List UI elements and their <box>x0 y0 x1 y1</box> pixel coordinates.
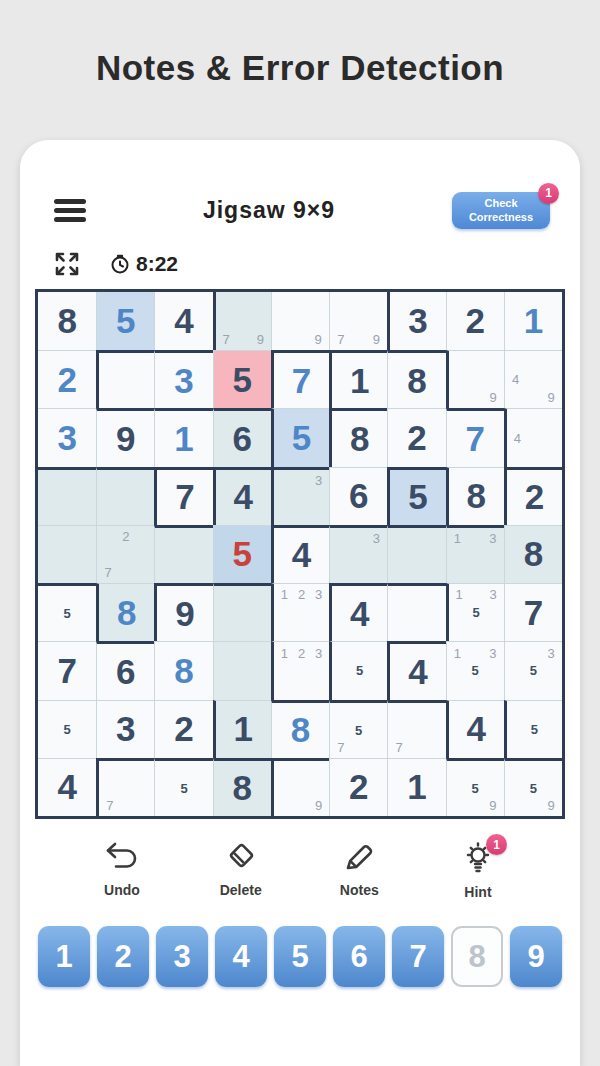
note-9: 9 <box>252 330 269 348</box>
cell-r6c5[interactable]: 123 <box>271 583 329 641</box>
note-3: 3 <box>484 530 502 547</box>
cell-r8c2[interactable]: 3 <box>96 700 154 758</box>
notes-grid: 3 <box>332 530 385 581</box>
note-9: 9 <box>542 797 560 814</box>
numpad-4[interactable]: 4 <box>215 926 267 987</box>
cell-r4c3[interactable]: 7 <box>154 467 212 525</box>
cell-r8c8[interactable]: 4 <box>446 700 504 758</box>
status-bar: 8:22 <box>20 229 580 279</box>
notes-grid: 5 <box>157 763 210 814</box>
cell-r7c1[interactable]: 7 <box>38 641 96 699</box>
digit: 8 <box>233 768 252 808</box>
notes-grid: 13 <box>449 530 502 581</box>
digit: 2 <box>465 301 484 341</box>
notes-grid: 135 <box>449 644 502 697</box>
numpad-3[interactable]: 3 <box>156 926 208 987</box>
digit: 2 <box>57 360 76 400</box>
cell-r4c5[interactable]: 3 <box>271 467 329 525</box>
numpad-9[interactable]: 9 <box>510 926 562 987</box>
note-5: 5 <box>468 604 485 622</box>
cell-r1c5[interactable]: 9 <box>271 292 329 350</box>
cell-r3c8[interactable]: 7 <box>446 408 504 466</box>
note-4: 4 <box>509 429 526 447</box>
digit: 8 <box>291 710 310 750</box>
cell-r3c4[interactable]: 6 <box>213 408 271 466</box>
check-button-line2: Correctness <box>469 211 533 225</box>
digit: 7 <box>465 419 484 459</box>
digit: 1 <box>234 709 253 749</box>
digit: 3 <box>57 418 76 458</box>
note-9: 9 <box>484 797 502 814</box>
cell-r8c5[interactable]: 8 <box>271 700 329 758</box>
cell-r5c3[interactable] <box>154 525 212 583</box>
notes-grid: 5 <box>40 703 94 756</box>
digit: 4 <box>466 709 485 749</box>
hint-button[interactable]: 1 Hint <box>448 841 508 900</box>
cell-r7c2[interactable]: 6 <box>96 641 154 699</box>
tool-label: Notes <box>340 882 379 898</box>
cell-r8c4[interactable]: 1 <box>213 700 271 758</box>
note-5: 5 <box>58 605 76 622</box>
note-7: 7 <box>99 563 117 581</box>
cell-r2c3[interactable]: 3 <box>154 350 212 408</box>
notes-grid: 59 <box>449 763 502 814</box>
cell-r5c4[interactable]: 5 <box>213 525 271 583</box>
digit: 2 <box>174 709 193 749</box>
notes-grid: 57 <box>332 705 385 756</box>
cell-r7c4[interactable] <box>213 641 271 699</box>
cell-r4c4[interactable]: 4 <box>213 467 271 525</box>
notes-grid: 27 <box>99 528 152 581</box>
cell-r5c5[interactable]: 4 <box>271 525 329 583</box>
digit: 1 <box>524 301 543 341</box>
digit: 8 <box>466 476 485 516</box>
digit: 7 <box>57 651 76 691</box>
tool-label: Delete <box>220 882 262 898</box>
numpad-6[interactable]: 6 <box>333 926 385 987</box>
cell-r8c3[interactable]: 2 <box>154 700 212 758</box>
digit: 1 <box>174 419 193 459</box>
note-3: 3 <box>542 644 560 662</box>
note-4: 4 <box>507 371 525 389</box>
cell-r1c6[interactable]: 79 <box>329 292 387 350</box>
cell-r6c8[interactable]: 135 <box>446 583 504 641</box>
cell-r6c6[interactable]: 4 <box>329 583 387 641</box>
check-correctness-button[interactable]: Check Correctness 1 <box>452 192 550 229</box>
note-9: 9 <box>542 389 560 407</box>
cell-r9c2[interactable]: 7 <box>96 758 154 816</box>
note-1: 1 <box>449 644 467 662</box>
check-badge: 1 <box>538 183 559 204</box>
digit: 5 <box>292 418 311 458</box>
cell-r2c4[interactable]: 5 <box>213 350 271 408</box>
cell-r7c5[interactable]: 123 <box>271 641 329 699</box>
notes-grid: 79 <box>218 294 269 348</box>
undo-button[interactable]: Undo <box>92 841 152 900</box>
cell-r2c7[interactable]: 8 <box>387 350 445 408</box>
cell-r5c7[interactable] <box>387 525 445 583</box>
digit: 4 <box>234 477 253 517</box>
note-3: 3 <box>310 472 327 489</box>
timer: 8:22 <box>110 252 178 276</box>
note-2: 2 <box>117 528 135 546</box>
notes-grid: 135 <box>451 586 502 639</box>
note-7: 7 <box>332 330 350 348</box>
cell-r7c8[interactable]: 135 <box>446 641 504 699</box>
notes-grid: 4 <box>509 411 560 464</box>
digit: 5 <box>233 534 252 574</box>
cell-r9c5[interactable]: 9 <box>271 758 329 816</box>
note-5: 5 <box>526 720 543 738</box>
note-9: 9 <box>309 330 327 348</box>
note-1: 1 <box>276 644 293 662</box>
tool-label: Undo <box>104 882 140 898</box>
notes-grid: 9 <box>451 353 502 406</box>
digit: 4 <box>408 652 427 692</box>
note-5: 5 <box>58 720 76 738</box>
cell-r4c1[interactable] <box>38 467 96 525</box>
digit: 7 <box>175 477 194 517</box>
note-9: 9 <box>368 330 386 348</box>
numpad-5[interactable]: 5 <box>274 926 326 987</box>
digit: 3 <box>408 301 427 341</box>
cell-r9c9[interactable]: 59 <box>504 758 562 816</box>
undo-icon <box>103 841 141 875</box>
cell-r4c8[interactable]: 8 <box>446 467 504 525</box>
note-3: 3 <box>368 530 386 547</box>
cell-r7c7[interactable]: 4 <box>387 641 445 699</box>
notes-grid: 3 <box>276 472 327 523</box>
cell-r1c8[interactable]: 2 <box>446 292 504 350</box>
digit: 1 <box>350 361 369 401</box>
numpad-8[interactable]: 8 <box>451 926 503 987</box>
digit: 5 <box>233 360 252 400</box>
cell-r4c2[interactable] <box>96 467 154 525</box>
cell-r4c9[interactable]: 2 <box>504 467 562 525</box>
note-1: 1 <box>451 586 468 604</box>
page-title: Notes & Error Detection <box>0 0 600 116</box>
digit: 6 <box>349 476 368 516</box>
notes-grid: 9 <box>276 763 327 814</box>
notes-grid: 9 <box>274 294 327 348</box>
note-1: 1 <box>276 586 293 604</box>
notes-grid: 5 <box>40 588 94 639</box>
note-3: 3 <box>310 586 327 604</box>
cell-r3c2[interactable]: 9 <box>96 408 154 466</box>
note-5: 5 <box>175 780 193 797</box>
cell-r4c6[interactable]: 6 <box>329 467 387 525</box>
cell-r7c6[interactable]: 5 <box>329 641 387 699</box>
cell-r9c8[interactable]: 59 <box>446 758 504 816</box>
cell-r6c9[interactable]: 7 <box>504 583 562 641</box>
cell-r3c5[interactable]: 5 <box>271 408 329 466</box>
cell-r3c9[interactable]: 4 <box>504 408 562 466</box>
note-5: 5 <box>466 662 484 680</box>
note-5: 5 <box>351 662 368 680</box>
notes-grid: 49 <box>507 353 560 406</box>
cell-r5c9[interactable]: 8 <box>504 525 562 583</box>
timer-value: 8:22 <box>136 252 178 276</box>
digit: 7 <box>292 361 311 401</box>
digit: 8 <box>57 301 76 341</box>
cell-r3c1[interactable]: 3 <box>38 408 96 466</box>
fullscreen-icon[interactable] <box>54 251 80 277</box>
notes-grid: 79 <box>332 294 385 348</box>
notes-grid: 123 <box>276 586 327 639</box>
pencil-icon <box>341 841 377 875</box>
notes-grid: 35 <box>507 644 560 697</box>
notes-grid: 7 <box>101 763 152 814</box>
cell-r9c1[interactable]: 4 <box>38 758 96 816</box>
eraser-icon <box>223 841 259 875</box>
cell-r5c6[interactable]: 3 <box>329 525 387 583</box>
cell-r9c6[interactable]: 2 <box>329 758 387 816</box>
notes-button[interactable]: Notes <box>329 841 389 900</box>
note-5: 5 <box>525 780 543 797</box>
note-9: 9 <box>485 389 502 407</box>
digit: 2 <box>349 767 368 807</box>
cell-r3c6[interactable]: 8 <box>329 408 387 466</box>
cell-r8c7[interactable]: 7 <box>387 700 445 758</box>
cell-r1c1[interactable]: 8 <box>38 292 96 350</box>
notes-grid: 59 <box>507 763 560 814</box>
cell-r2c9[interactable]: 49 <box>504 350 562 408</box>
digit: 3 <box>116 709 135 749</box>
cell-r6c7[interactable] <box>387 583 445 641</box>
number-pad: 123456789 <box>20 900 580 987</box>
cell-r6c1[interactable]: 5 <box>38 583 96 641</box>
note-2: 2 <box>293 586 310 604</box>
numpad-7[interactable]: 7 <box>392 926 444 987</box>
cell-r5c8[interactable]: 13 <box>446 525 504 583</box>
note-7: 7 <box>332 739 350 756</box>
cell-r3c7[interactable]: 2 <box>387 408 445 466</box>
check-button-line1: Check <box>484 197 517 211</box>
cell-r7c9[interactable]: 35 <box>504 641 562 699</box>
cell-r9c7[interactable]: 1 <box>387 758 445 816</box>
game-title: Jigsaw 9×9 <box>86 197 452 224</box>
notes-grid: 5 <box>334 644 385 697</box>
cell-r6c4[interactable] <box>213 583 271 641</box>
cell-r5c2[interactable]: 27 <box>96 525 154 583</box>
header-bar: Jigsaw 9×9 Check Correctness 1 <box>20 140 580 229</box>
delete-button[interactable]: Delete <box>211 841 271 900</box>
digit: 4 <box>350 594 369 634</box>
note-5: 5 <box>350 722 368 739</box>
cell-r5c1[interactable] <box>38 525 96 583</box>
note-7: 7 <box>390 739 408 756</box>
numpad-1[interactable]: 1 <box>38 926 90 987</box>
cell-r2c2[interactable] <box>96 350 154 408</box>
digit: 8 <box>174 651 193 691</box>
note-5: 5 <box>466 780 484 797</box>
cell-r2c1[interactable]: 2 <box>38 350 96 408</box>
digit: 9 <box>175 594 194 634</box>
digit: 8 <box>407 361 426 401</box>
cell-r2c6[interactable]: 1 <box>329 350 387 408</box>
numpad-2[interactable]: 2 <box>97 926 149 987</box>
notes-grid: 5 <box>509 703 560 756</box>
digit: 7 <box>524 593 543 633</box>
menu-icon[interactable] <box>54 199 86 222</box>
digit: 9 <box>116 419 135 459</box>
digit: 6 <box>116 652 135 692</box>
digit: 3 <box>174 361 193 401</box>
tool-label: Hint <box>464 884 491 900</box>
cell-r9c3[interactable]: 5 <box>154 758 212 816</box>
cell-r4c7[interactable]: 5 <box>387 467 445 525</box>
digit: 2 <box>525 477 544 517</box>
cell-r7c3[interactable]: 8 <box>154 641 212 699</box>
cell-r6c2[interactable]: 8 <box>96 583 154 641</box>
hint-badge: 1 <box>486 834 507 855</box>
note-2: 2 <box>293 644 310 662</box>
cell-r1c3[interactable]: 4 <box>154 292 212 350</box>
cell-r8c9[interactable]: 5 <box>504 700 562 758</box>
cell-r1c2[interactable]: 5 <box>96 292 154 350</box>
cell-r1c9[interactable]: 1 <box>504 292 562 350</box>
clock-icon <box>110 254 130 274</box>
digit: 4 <box>292 535 311 575</box>
cell-r1c4[interactable]: 79 <box>213 292 271 350</box>
note-3: 3 <box>485 586 502 604</box>
note-7: 7 <box>101 797 118 814</box>
note-3: 3 <box>484 644 502 662</box>
notes-grid: 123 <box>276 644 327 697</box>
note-3: 3 <box>310 644 327 662</box>
digit: 8 <box>524 534 543 574</box>
cell-r8c1[interactable]: 5 <box>38 700 96 758</box>
cell-r3c3[interactable]: 1 <box>154 408 212 466</box>
toolbar: Undo Delete Notes 1 Hin <box>20 819 580 900</box>
sudoku-board: 8547997932123571894939165827474365822754… <box>35 289 565 819</box>
digit: 8 <box>117 593 136 633</box>
game-card: Jigsaw 9×9 Check Correctness 1 8:22 8547… <box>20 140 580 1066</box>
digit: 6 <box>233 419 252 459</box>
digit: 8 <box>350 419 369 459</box>
digit: 1 <box>407 767 426 807</box>
digit: 4 <box>174 301 193 341</box>
note-5: 5 <box>525 662 543 680</box>
digit: 5 <box>408 477 427 517</box>
digit: 2 <box>407 418 426 458</box>
cell-r2c8[interactable]: 9 <box>446 350 504 408</box>
notes-grid: 7 <box>390 705 443 756</box>
cell-r8c6[interactable]: 57 <box>329 700 387 758</box>
cell-r2c5[interactable]: 7 <box>271 350 329 408</box>
note-7: 7 <box>218 330 235 348</box>
note-9: 9 <box>310 797 327 814</box>
cell-r6c3[interactable]: 9 <box>154 583 212 641</box>
digit: 4 <box>57 767 76 807</box>
note-1: 1 <box>449 530 467 547</box>
cell-r9c4[interactable]: 8 <box>213 758 271 816</box>
digit: 5 <box>116 301 135 341</box>
cell-r1c7[interactable]: 3 <box>387 292 445 350</box>
